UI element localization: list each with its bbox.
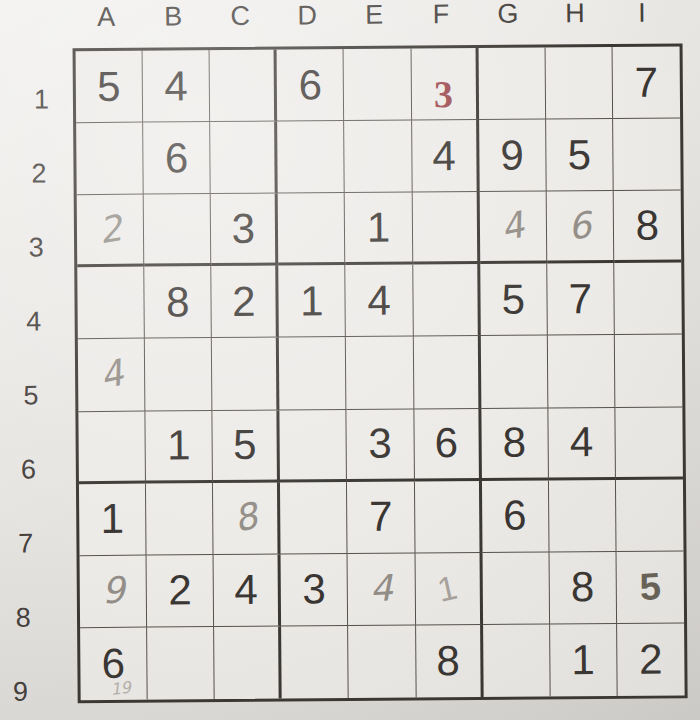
cell-B5[interactable] <box>145 339 213 412</box>
row-label-9: 9 <box>13 679 28 706</box>
cell-D3[interactable] <box>278 193 346 266</box>
given-digit-D1: 6 <box>298 64 322 106</box>
given-digit-G4: 5 <box>501 278 525 320</box>
cell-F3[interactable] <box>412 192 480 265</box>
cell-I5[interactable] <box>615 335 683 408</box>
pencil-digit-E8: 4 <box>369 570 394 607</box>
cell-C7[interactable]: 8 <box>213 482 281 555</box>
pencil-digit-A8: 9 <box>100 573 125 610</box>
cell-H6[interactable]: 4 <box>548 407 616 480</box>
cell-C6[interactable]: 5 <box>213 410 281 483</box>
column-label-I: I <box>638 0 646 27</box>
cell-H1[interactable] <box>545 47 613 120</box>
cell-I9[interactable]: 2 <box>617 623 685 696</box>
pencil-digit-G3: 4 <box>498 206 528 246</box>
cell-D8[interactable]: 3 <box>281 554 349 627</box>
cell-I8[interactable]: 5 <box>616 551 684 624</box>
cell-F4[interactable] <box>413 264 481 337</box>
given-digit-H9: 1 <box>571 639 595 681</box>
column-label-C: C <box>230 3 250 30</box>
given-digit-E6: 3 <box>368 423 392 465</box>
cell-F7[interactable] <box>415 481 483 554</box>
cell-A8[interactable]: 9 <box>80 555 148 628</box>
cell-G6[interactable]: 8 <box>481 408 549 481</box>
cell-G8[interactable] <box>482 552 550 625</box>
cell-I4[interactable] <box>614 263 682 336</box>
cell-I2[interactable] <box>613 119 681 192</box>
cell-B7[interactable] <box>146 483 214 556</box>
cell-A3[interactable]: 2 <box>77 195 145 268</box>
cell-E5[interactable] <box>346 337 414 410</box>
given-digit-B4: 8 <box>166 281 190 323</box>
cell-E1[interactable] <box>344 49 412 122</box>
cell-F5[interactable] <box>413 336 481 409</box>
cell-B3[interactable] <box>144 194 212 267</box>
cell-B4[interactable]: 8 <box>144 266 212 339</box>
cell-B6[interactable]: 1 <box>146 411 214 484</box>
pencil-digit-H3: 6 <box>566 207 593 245</box>
column-label-F: F <box>433 1 450 28</box>
cell-F9[interactable]: 8 <box>416 625 484 698</box>
cell-D1[interactable]: 6 <box>277 49 345 122</box>
given-digit-I9: 2 <box>639 638 663 680</box>
cell-F8[interactable]: 1 <box>415 553 483 626</box>
column-label-D: D <box>297 2 317 29</box>
cell-G1[interactable] <box>478 47 546 120</box>
column-label-A: A <box>97 4 115 31</box>
cell-H2[interactable]: 5 <box>546 119 614 192</box>
cell-H8[interactable]: 8 <box>549 552 617 625</box>
cell-E9[interactable] <box>349 625 417 698</box>
given-digit-C8: 4 <box>234 569 258 611</box>
cell-E3[interactable]: 1 <box>345 193 413 266</box>
cell-H9[interactable]: 1 <box>550 624 618 697</box>
pencil-note-A9: 19 <box>110 680 132 698</box>
cell-I7[interactable] <box>616 479 684 552</box>
cell-D6[interactable] <box>280 410 348 483</box>
cell-H5[interactable] <box>548 335 616 408</box>
given-digit-H2: 5 <box>567 134 591 176</box>
given-digit-E4: 4 <box>367 280 391 322</box>
cell-A5[interactable]: 4 <box>78 339 146 412</box>
row-label-5: 5 <box>23 383 38 410</box>
pencil-digit-A3: 2 <box>96 210 125 249</box>
row-label-2: 2 <box>31 161 46 188</box>
cell-G4[interactable]: 5 <box>480 264 548 337</box>
given-digit-B1: 4 <box>164 65 188 107</box>
given-digit-I3: 8 <box>636 204 660 246</box>
cell-C1[interactable] <box>210 50 278 123</box>
cell-F6[interactable]: 6 <box>414 409 482 482</box>
red-given-digit-F1: 3 <box>434 75 453 113</box>
given-digit-H4: 7 <box>569 278 593 320</box>
cell-C5[interactable] <box>212 338 280 411</box>
sudoku-scene: ABCDEFGHI 123456789 54637649523146882145… <box>0 0 700 720</box>
given-digit-C4: 2 <box>232 281 256 323</box>
given-digit-F6: 6 <box>434 422 458 464</box>
pencil-digit-I8: 5 <box>638 565 662 609</box>
row-label-6: 6 <box>21 457 36 484</box>
cell-G2[interactable]: 9 <box>479 120 547 193</box>
cell-G7[interactable]: 6 <box>482 480 550 553</box>
cell-C3[interactable]: 3 <box>211 194 279 267</box>
given-digit-G7: 6 <box>503 495 527 537</box>
cell-B1[interactable]: 4 <box>143 50 211 123</box>
given-digit-G2: 9 <box>500 134 524 176</box>
cell-D2[interactable] <box>277 121 345 194</box>
cell-C2[interactable] <box>210 122 278 195</box>
cell-H7[interactable] <box>549 480 617 553</box>
cell-B9[interactable] <box>147 627 215 700</box>
cell-G3[interactable]: 4 <box>479 192 547 265</box>
column-label-H: H <box>565 0 585 27</box>
row-label-1: 1 <box>34 87 49 114</box>
given-digit-E3: 1 <box>367 206 391 248</box>
given-digit-I1: 7 <box>634 61 658 103</box>
cell-H3[interactable]: 6 <box>546 191 614 264</box>
column-label-G: G <box>497 1 518 28</box>
cell-C4[interactable]: 2 <box>211 266 279 339</box>
cell-A1[interactable]: 5 <box>76 51 144 124</box>
given-digit-D4: 1 <box>300 280 324 322</box>
row-label-8: 8 <box>16 605 31 632</box>
cell-D5[interactable] <box>279 337 347 410</box>
cell-I6[interactable] <box>615 407 683 480</box>
given-digit-A7: 1 <box>100 498 124 540</box>
cell-H4[interactable]: 7 <box>547 263 615 336</box>
given-digit-E7: 7 <box>369 496 393 538</box>
cell-F1[interactable]: 3 <box>411 48 479 121</box>
row-label-3: 3 <box>29 235 44 262</box>
given-digit-A1: 5 <box>97 65 121 107</box>
cell-G9[interactable] <box>483 624 551 697</box>
given-digit-B8: 2 <box>168 570 192 612</box>
cell-E4[interactable]: 4 <box>346 265 414 338</box>
cell-E2[interactable] <box>345 121 413 194</box>
row-label-4: 4 <box>26 309 41 336</box>
cell-A6[interactable] <box>78 411 146 484</box>
sudoku-board: 5463764952314688214574153684187692434185… <box>73 43 688 703</box>
column-label-B: B <box>164 3 182 30</box>
given-digit-C3: 3 <box>231 208 255 250</box>
cell-D7[interactable] <box>280 482 348 555</box>
given-digit-G6: 8 <box>503 422 527 464</box>
cell-A9[interactable]: 619 <box>80 627 148 700</box>
cell-I3[interactable]: 8 <box>614 191 682 264</box>
cell-B8[interactable]: 2 <box>147 555 215 628</box>
cell-F2[interactable]: 4 <box>412 120 480 193</box>
cell-A2[interactable] <box>76 123 144 196</box>
row-label-7: 7 <box>18 531 33 558</box>
column-label-E: E <box>365 2 383 29</box>
pencil-digit-F8: 1 <box>434 567 461 609</box>
cell-C9[interactable] <box>214 626 282 699</box>
given-digit-F9: 8 <box>436 640 460 682</box>
pencil-digit-C7: 8 <box>230 498 260 538</box>
cell-B2[interactable]: 6 <box>143 122 211 195</box>
given-digit-C6: 5 <box>233 424 257 466</box>
cell-G5[interactable] <box>480 336 548 409</box>
cell-A7[interactable]: 1 <box>79 483 147 556</box>
pencil-digit-A5: 4 <box>96 355 126 395</box>
cell-D4[interactable]: 1 <box>279 265 347 338</box>
cell-D9[interactable] <box>281 626 349 699</box>
given-digit-H8: 8 <box>571 566 595 608</box>
cell-E7[interactable]: 7 <box>347 481 415 554</box>
given-digit-B6: 1 <box>167 424 191 466</box>
column-labels: ABCDEFGHI <box>0 0 697 3</box>
given-digit-H6: 4 <box>570 421 594 463</box>
cell-C8[interactable]: 4 <box>214 554 282 627</box>
given-digit-B2: 6 <box>165 137 189 179</box>
cell-I1[interactable]: 7 <box>612 46 680 119</box>
given-digit-D8: 3 <box>302 569 326 611</box>
cell-E6[interactable]: 3 <box>347 409 415 482</box>
cell-E8[interactable]: 4 <box>348 553 416 626</box>
cell-A4[interactable] <box>77 267 145 340</box>
given-digit-F2: 4 <box>432 135 456 177</box>
